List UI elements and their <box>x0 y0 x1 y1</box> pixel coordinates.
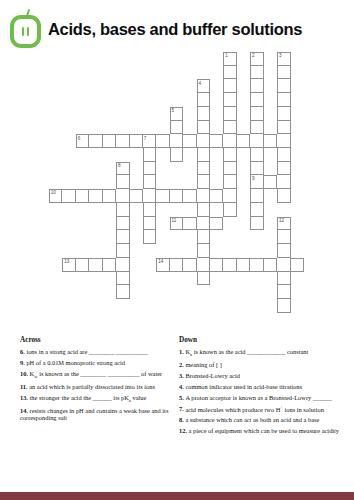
grid-cell[interactable] <box>250 121 263 135</box>
down-clue-8: 8. a substance which can act as both an … <box>179 416 350 423</box>
grid-cell[interactable] <box>116 134 129 148</box>
grid-cell[interactable] <box>223 134 236 148</box>
grid-cell[interactable] <box>210 258 223 272</box>
grid-cell[interactable] <box>277 272 290 286</box>
grid-cell[interactable]: 13 <box>62 258 75 272</box>
clue-text: Kw is known as the ________ __________ o… <box>30 370 163 377</box>
grid-cell[interactable]: 8 <box>116 162 129 176</box>
grid-cell[interactable] <box>223 175 236 189</box>
pause-bar-icon <box>22 27 25 36</box>
grid-cell[interactable] <box>197 148 210 162</box>
grid-cell[interactable] <box>197 189 210 203</box>
across-clue-6: 6. ions in a strong acid are ________ __… <box>20 348 172 355</box>
grid-cell[interactable] <box>170 121 183 135</box>
grid-cell[interactable] <box>250 203 263 217</box>
grid-cell[interactable] <box>277 175 290 189</box>
grid-cell[interactable] <box>197 217 210 231</box>
grid-cell[interactable] <box>223 107 236 121</box>
grid-cell[interactable] <box>250 93 263 107</box>
clue-text: pH of a 0.01M monoprotic strong acid <box>26 359 125 366</box>
grid-cell[interactable] <box>223 189 236 203</box>
grid-cell[interactable] <box>103 189 116 203</box>
grid-cell[interactable] <box>130 134 143 148</box>
grid-cell[interactable] <box>143 203 156 217</box>
grid-cell[interactable] <box>250 162 263 176</box>
grid-cell[interactable] <box>197 162 210 176</box>
down-clue-12: 12. a piece of equipment which can be us… <box>179 427 350 434</box>
grid-cell[interactable] <box>89 258 102 272</box>
grid-cell[interactable]: 11 <box>170 217 183 231</box>
grid-cell[interactable] <box>116 203 129 217</box>
grid-cell[interactable] <box>223 79 236 93</box>
clue-text: A proton acceptor is known as a Bronsted… <box>185 394 332 401</box>
grid-cell[interactable] <box>277 79 290 93</box>
grid-cell[interactable] <box>183 217 196 231</box>
grid-cell[interactable] <box>170 134 183 148</box>
clue-text: the stronger the acid the ______ its pKa… <box>30 394 147 401</box>
clue-number: 8 <box>118 163 121 168</box>
across-clue-14: 14. resists changes in pH and contains a… <box>20 407 172 422</box>
worksheet-page: Acids, bases and buffer solutions 123456… <box>0 0 354 500</box>
clue-num-label: 11. <box>20 383 29 390</box>
grid-cell[interactable]: 12 <box>277 217 290 231</box>
grid-cell[interactable]: 14 <box>156 258 169 272</box>
grid-cell[interactable] <box>116 230 129 244</box>
grid-cell[interactable] <box>277 121 290 135</box>
across-clue-11: 11. an acid which is partially dissociat… <box>20 383 172 390</box>
grid-cell[interactable] <box>183 134 196 148</box>
apple-body <box>10 15 41 48</box>
grid-cell[interactable] <box>250 134 263 148</box>
grid-cell[interactable] <box>116 285 129 299</box>
grid-cell[interactable]: 7 <box>143 134 156 148</box>
apple-logo-icon <box>10 9 43 49</box>
clue-num-label: 13. <box>20 394 30 401</box>
grid-cell[interactable] <box>197 175 210 189</box>
pause-bar-icon <box>27 27 30 36</box>
clue-number: 10 <box>51 190 56 195</box>
grid-cell[interactable] <box>250 107 263 121</box>
across-clue-list: 6. ions in a strong acid are ________ __… <box>20 348 172 422</box>
grid-cell[interactable] <box>250 66 263 80</box>
clue-num-label: 10. <box>20 370 30 377</box>
grid-cell[interactable] <box>103 134 116 148</box>
clue-text: an acid which is partially dissociated i… <box>29 383 155 390</box>
grid-cell[interactable] <box>277 244 290 258</box>
grid-cell[interactable] <box>197 244 210 258</box>
grid-cell[interactable] <box>277 299 290 313</box>
grid-cell[interactable] <box>197 93 210 107</box>
grid-cell[interactable] <box>250 148 263 162</box>
down-clue-5: 5. A proton acceptor is known as a Brons… <box>179 394 350 401</box>
grid-cell[interactable] <box>170 189 183 203</box>
clue-text: a substance which can act as both an aci… <box>185 416 319 423</box>
grid-cell[interactable] <box>277 93 290 107</box>
grid-cell[interactable] <box>76 189 89 203</box>
grid-cell[interactable] <box>197 121 210 135</box>
clue-num-label: 14. <box>20 407 30 414</box>
grid-cell[interactable] <box>223 93 236 107</box>
down-clue-2: 2. meaning of [ ] <box>179 361 350 368</box>
grid-cell[interactable] <box>223 148 236 162</box>
grid-cell[interactable] <box>116 244 129 258</box>
grid-cell[interactable]: 9 <box>250 175 263 189</box>
grid-cell[interactable] <box>237 258 250 272</box>
down-clue-1: 1. Ka is known as the acid ____________ … <box>179 348 350 358</box>
grid-cell[interactable] <box>116 217 129 231</box>
grid-cell[interactable] <box>264 258 277 272</box>
grid-cell[interactable] <box>264 175 277 189</box>
grid-cell[interactable] <box>143 175 156 189</box>
grid-cell[interactable]: 6 <box>76 134 89 148</box>
grid-cell[interactable] <box>183 189 196 203</box>
grid-cell[interactable] <box>277 134 290 148</box>
grid-cell[interactable] <box>291 258 304 272</box>
across-header: Across <box>20 336 172 344</box>
down-clue-4: 4. common indicator used in acid-base ti… <box>179 383 350 390</box>
clue-number: 13 <box>64 259 69 264</box>
grid-cell[interactable] <box>197 107 210 121</box>
clue-number: 7 <box>144 136 147 141</box>
grid-cell[interactable]: 4 <box>197 79 210 93</box>
grid-cell[interactable]: 1 <box>223 52 236 66</box>
grid-cell[interactable] <box>223 258 236 272</box>
down-clue-3: 3. Bronsted-Lowry acid <box>179 372 350 379</box>
grid-cell[interactable] <box>103 258 116 272</box>
grid-cell[interactable] <box>197 230 210 244</box>
grid-cell[interactable] <box>197 134 210 148</box>
footer-bar <box>0 492 354 500</box>
grid-cell[interactable] <box>170 148 183 162</box>
down-clue-7: 7. acid molecules which produce two H+ i… <box>179 404 350 413</box>
grid-cell[interactable] <box>143 148 156 162</box>
clue-text: meaning of [ ] <box>185 361 221 368</box>
clue-number: 6 <box>78 136 81 141</box>
grid-cell[interactable] <box>143 217 156 231</box>
across-clue-9: 9. pH of a 0.01M monoprotic strong acid <box>20 359 172 366</box>
crossword-grid: 1234567891011121314 <box>49 52 304 313</box>
grid-cell[interactable] <box>277 285 290 299</box>
grid-cell[interactable] <box>170 258 183 272</box>
clue-number: 3 <box>279 53 282 58</box>
grid-cell[interactable] <box>116 175 129 189</box>
grid-cell[interactable] <box>76 258 89 272</box>
grid-cell[interactable] <box>264 134 277 148</box>
grid-cell[interactable] <box>277 66 290 80</box>
clue-text: a piece of equipment which can be used t… <box>189 427 339 434</box>
grid-cell[interactable] <box>277 148 290 162</box>
page-title: Acids, bases and buffer solutions <box>48 20 302 39</box>
clue-number: 11 <box>172 218 177 223</box>
clue-text: acid molecules which produce two H+ ions… <box>185 406 324 413</box>
across-clue-10: 10. Kw is known as the ________ ________… <box>20 370 172 380</box>
grid-cell[interactable] <box>277 162 290 176</box>
grid-cell[interactable] <box>183 258 196 272</box>
grid-cell[interactable] <box>89 134 102 148</box>
clue-number: 12 <box>279 218 284 223</box>
grid-cell[interactable] <box>277 189 290 203</box>
clue-text: Bronsted-Lowry acid <box>185 372 239 379</box>
across-clue-13: 13. the stronger the acid the ______ its… <box>20 394 172 404</box>
grid-cell[interactable] <box>143 189 156 203</box>
clue-number: 9 <box>252 176 255 181</box>
clue-number: 1 <box>225 53 228 58</box>
grid-cell[interactable] <box>250 189 263 203</box>
clue-num-label: 12. <box>179 427 189 434</box>
grid-cell[interactable] <box>130 189 143 203</box>
clue-text: ions in a strong acid are ________ _____… <box>26 348 148 355</box>
grid-cell[interactable]: 10 <box>49 189 62 203</box>
grid-cell[interactable] <box>143 230 156 244</box>
grid-cell[interactable] <box>250 217 263 231</box>
grid-cell[interactable] <box>223 66 236 80</box>
grid-cell[interactable] <box>223 121 236 135</box>
grid-cell[interactable] <box>116 258 129 272</box>
down-header: Down <box>179 336 350 344</box>
grid-cell[interactable]: 5 <box>170 107 183 121</box>
grid-cell[interactable] <box>277 258 290 272</box>
clue-number: 14 <box>158 259 163 264</box>
down-clues: Down 1. Ka is known as the acid ________… <box>179 336 350 438</box>
grid-cell[interactable] <box>89 189 102 203</box>
grid-cell[interactable] <box>156 134 169 148</box>
grid-cell[interactable] <box>223 203 236 217</box>
header: Acids, bases and buffer solutions <box>10 9 350 49</box>
clue-number: 4 <box>198 81 201 86</box>
grid-cell[interactable] <box>62 189 75 203</box>
grid-cell[interactable] <box>250 258 263 272</box>
clue-text: resists changes in pH and contains a wea… <box>20 407 168 421</box>
grid-cell[interactable] <box>223 162 236 176</box>
grid-cell[interactable] <box>277 230 290 244</box>
clue-text: common indicator used in acid-base titra… <box>185 383 302 390</box>
grid-cell[interactable] <box>277 107 290 121</box>
grid-cell[interactable] <box>210 189 223 203</box>
grid-cell[interactable] <box>143 162 156 176</box>
grid-cell[interactable] <box>210 134 223 148</box>
grid-cell[interactable] <box>116 189 129 203</box>
grid-cell[interactable] <box>197 203 210 217</box>
across-clues: Across 6. ions in a strong acid are ____… <box>20 336 172 425</box>
grid-cell[interactable]: 3 <box>277 52 290 66</box>
down-clue-list: 1. Ka is known as the acid ____________ … <box>179 348 350 435</box>
grid-cell[interactable] <box>197 272 210 286</box>
clue-number: 2 <box>252 53 255 58</box>
grid-cell[interactable] <box>210 217 223 231</box>
clue-text: Ka is known as the acid ____________ con… <box>185 348 308 355</box>
grid-cell[interactable] <box>250 79 263 93</box>
grid-cell[interactable]: 2 <box>250 52 263 66</box>
grid-cell[interactable] <box>237 134 250 148</box>
grid-cell[interactable] <box>116 272 129 286</box>
clue-number: 5 <box>172 108 175 113</box>
grid-cell[interactable] <box>156 189 169 203</box>
grid-cell[interactable] <box>197 258 210 272</box>
